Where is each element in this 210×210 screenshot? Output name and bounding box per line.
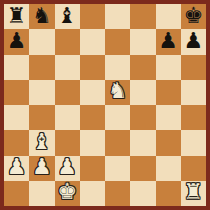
square-e5[interactable]: ♞	[105, 80, 130, 105]
square-b4[interactable]	[29, 105, 54, 130]
square-b8[interactable]: ♞	[29, 4, 54, 29]
square-e6[interactable]	[105, 55, 130, 80]
square-g5[interactable]	[156, 80, 181, 105]
black-pawn-piece[interactable]: ♟	[158, 30, 178, 52]
black-pawn-piece[interactable]: ♟	[184, 30, 204, 52]
square-e8[interactable]	[105, 4, 130, 29]
square-e4[interactable]	[105, 105, 130, 130]
square-b5[interactable]	[29, 80, 54, 105]
square-g1[interactable]	[156, 181, 181, 206]
square-f2[interactable]	[130, 156, 155, 181]
square-a3[interactable]	[4, 130, 29, 155]
square-f3[interactable]	[130, 130, 155, 155]
square-a7[interactable]: ♟	[4, 29, 29, 54]
square-f5[interactable]	[130, 80, 155, 105]
square-c8[interactable]: ♝	[55, 4, 80, 29]
square-b1[interactable]	[29, 181, 54, 206]
square-c6[interactable]	[55, 55, 80, 80]
square-b2[interactable]: ♟	[29, 156, 54, 181]
square-a4[interactable]	[4, 105, 29, 130]
square-g7[interactable]: ♟	[156, 29, 181, 54]
white-king-piece[interactable]: ♚	[57, 181, 77, 203]
square-f7[interactable]	[130, 29, 155, 54]
square-h2[interactable]	[181, 156, 206, 181]
square-d3[interactable]	[80, 130, 105, 155]
square-h6[interactable]	[181, 55, 206, 80]
square-d2[interactable]	[80, 156, 105, 181]
square-h4[interactable]	[181, 105, 206, 130]
black-bishop-piece[interactable]: ♝	[57, 5, 77, 27]
white-pawn-piece[interactable]: ♟	[32, 156, 52, 178]
square-e2[interactable]	[105, 156, 130, 181]
square-g4[interactable]	[156, 105, 181, 130]
square-a6[interactable]	[4, 55, 29, 80]
square-c1[interactable]: ♚	[55, 181, 80, 206]
square-h1[interactable]: ♜	[181, 181, 206, 206]
square-b3[interactable]: ♝	[29, 130, 54, 155]
square-d6[interactable]	[80, 55, 105, 80]
black-king-piece[interactable]: ♚	[184, 5, 204, 27]
square-c3[interactable]	[55, 130, 80, 155]
square-f6[interactable]	[130, 55, 155, 80]
black-pawn-piece[interactable]: ♟	[7, 30, 27, 52]
square-d5[interactable]	[80, 80, 105, 105]
square-a5[interactable]	[4, 80, 29, 105]
square-d1[interactable]	[80, 181, 105, 206]
square-g8[interactable]	[156, 4, 181, 29]
square-f4[interactable]	[130, 105, 155, 130]
square-h7[interactable]: ♟	[181, 29, 206, 54]
square-e3[interactable]	[105, 130, 130, 155]
square-b6[interactable]	[29, 55, 54, 80]
white-bishop-piece[interactable]: ♝	[32, 131, 52, 153]
square-e7[interactable]	[105, 29, 130, 54]
black-rook-piece[interactable]: ♜	[7, 5, 27, 27]
square-d4[interactable]	[80, 105, 105, 130]
square-g2[interactable]	[156, 156, 181, 181]
square-b7[interactable]	[29, 29, 54, 54]
square-c2[interactable]: ♟	[55, 156, 80, 181]
square-c4[interactable]	[55, 105, 80, 130]
white-knight-piece[interactable]: ♞	[108, 80, 128, 102]
square-e1[interactable]	[105, 181, 130, 206]
square-a1[interactable]	[4, 181, 29, 206]
chess-board: ♜♞♝♚♟♟♟♞♝♟♟♟♚♜	[4, 4, 206, 206]
square-a8[interactable]: ♜	[4, 4, 29, 29]
square-d7[interactable]	[80, 29, 105, 54]
square-d8[interactable]	[80, 4, 105, 29]
square-f1[interactable]	[130, 181, 155, 206]
black-knight-piece[interactable]: ♞	[32, 5, 52, 27]
white-rook-piece[interactable]: ♜	[184, 181, 204, 203]
square-g3[interactable]	[156, 130, 181, 155]
square-h8[interactable]: ♚	[181, 4, 206, 29]
square-h5[interactable]	[181, 80, 206, 105]
square-g6[interactable]	[156, 55, 181, 80]
square-f8[interactable]	[130, 4, 155, 29]
white-pawn-piece[interactable]: ♟	[57, 156, 77, 178]
square-c7[interactable]	[55, 29, 80, 54]
white-pawn-piece[interactable]: ♟	[7, 156, 27, 178]
square-a2[interactable]: ♟	[4, 156, 29, 181]
chess-board-frame: ♜♞♝♚♟♟♟♞♝♟♟♟♚♜	[0, 0, 210, 210]
square-c5[interactable]	[55, 80, 80, 105]
square-h3[interactable]	[181, 130, 206, 155]
